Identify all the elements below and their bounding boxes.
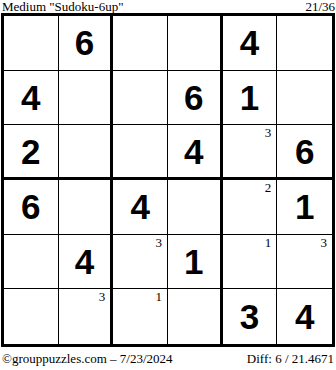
- cell-r3c3[interactable]: [113, 125, 168, 180]
- cell-r6c2[interactable]: 3: [59, 289, 114, 344]
- cell-r3c4[interactable]: 4: [168, 125, 223, 180]
- cell-r6c6[interactable]: 4: [277, 289, 332, 344]
- cell-r5c5[interactable]: 1: [223, 235, 278, 290]
- cell-r5c1[interactable]: [4, 235, 59, 290]
- cell-r3c5[interactable]: 3: [223, 125, 278, 180]
- cell-r1c3[interactable]: [113, 16, 168, 71]
- puzzle-counter: 21/36: [305, 0, 335, 13]
- corner-mark: 3: [156, 236, 163, 249]
- given-digit: 1: [184, 244, 203, 279]
- corner-mark: 3: [265, 126, 272, 139]
- cell-r6c4[interactable]: [168, 289, 223, 344]
- given-digit: 3: [240, 299, 259, 334]
- given-digit: 4: [75, 244, 94, 279]
- footer: ©grouppuzzles.com – 7/23/2024 Diff: 6 / …: [2, 352, 334, 366]
- cell-r2c5[interactable]: 1: [223, 71, 278, 126]
- cell-r4c5[interactable]: 2: [223, 180, 278, 235]
- cell-r3c1[interactable]: 2: [4, 125, 59, 180]
- given-digit: 1: [295, 189, 314, 224]
- puzzle-title: Medium "Sudoku-6up": [2, 0, 123, 13]
- cell-r5c6[interactable]: 3: [277, 235, 332, 290]
- cell-r6c5[interactable]: 3: [223, 289, 278, 344]
- cell-r6c1[interactable]: [4, 289, 59, 344]
- copyright-text: ©grouppuzzles.com – 7/23/2024: [2, 352, 173, 366]
- cell-r6c3[interactable]: 1: [113, 289, 168, 344]
- cell-r1c5[interactable]: 4: [223, 16, 278, 71]
- corner-mark: 2: [265, 181, 272, 194]
- header: Medium "Sudoku-6up" 21/36: [2, 0, 335, 13]
- given-digit: 4: [21, 80, 40, 115]
- cell-r2c6[interactable]: [277, 71, 332, 126]
- corner-mark: 3: [99, 290, 106, 303]
- cell-r4c6[interactable]: 1: [277, 180, 332, 235]
- cell-r2c2[interactable]: [59, 71, 114, 126]
- given-digit: 6: [75, 25, 94, 60]
- corner-mark: 1: [156, 290, 163, 303]
- given-digit: 6: [21, 189, 40, 224]
- cell-r5c4[interactable]: 1: [168, 235, 223, 290]
- cell-r3c6[interactable]: 6: [277, 125, 332, 180]
- corner-mark: 3: [321, 236, 328, 249]
- cell-r2c4[interactable]: 6: [168, 71, 223, 126]
- given-digit: 4: [295, 299, 314, 334]
- given-digit: 4: [130, 189, 149, 224]
- given-digit: 6: [295, 134, 314, 169]
- given-digit: 6: [184, 80, 203, 115]
- given-digit: 4: [240, 25, 259, 60]
- corner-mark: 1: [265, 236, 272, 249]
- cell-r1c4[interactable]: [168, 16, 223, 71]
- cell-r5c2[interactable]: 4: [59, 235, 114, 290]
- cell-r5c3[interactable]: 3: [113, 235, 168, 290]
- cell-r4c2[interactable]: [59, 180, 114, 235]
- cell-r2c3[interactable]: [113, 71, 168, 126]
- cell-r4c4[interactable]: [168, 180, 223, 235]
- difficulty-text: Diff: 6 / 21.4671: [247, 352, 334, 366]
- given-digit: 4: [184, 134, 203, 169]
- given-digit: 2: [21, 134, 40, 169]
- cell-r2c1[interactable]: 4: [4, 71, 59, 126]
- cell-r1c1[interactable]: [4, 16, 59, 71]
- cell-r4c3[interactable]: 4: [113, 180, 168, 235]
- sudoku-board: 6446124366421431133134: [1, 13, 335, 347]
- cell-r4c1[interactable]: 6: [4, 180, 59, 235]
- given-digit: 1: [240, 80, 259, 115]
- cell-r1c6[interactable]: [277, 16, 332, 71]
- cell-r3c2[interactable]: [59, 125, 114, 180]
- cell-r1c2[interactable]: 6: [59, 16, 114, 71]
